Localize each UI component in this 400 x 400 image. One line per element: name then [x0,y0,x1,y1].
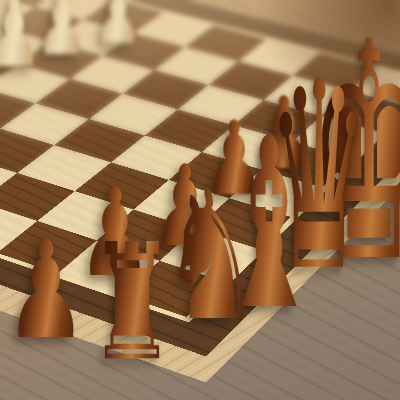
chessboard-photo: ♟♟♟♟♟♟♟♟♜♞♝♛♚ [0,0,400,400]
